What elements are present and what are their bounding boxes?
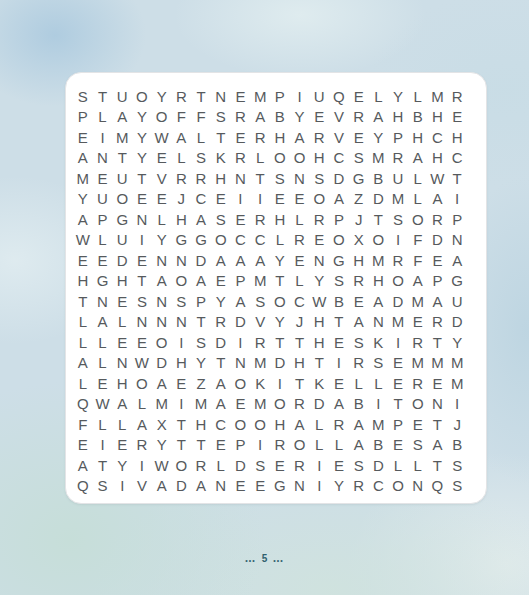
- grid-cell[interactable]: O: [132, 373, 152, 394]
- grid-cell[interactable]: I: [93, 435, 113, 456]
- grid-cell[interactable]: L: [73, 332, 93, 353]
- grid-cell[interactable]: T: [172, 414, 192, 435]
- grid-cell[interactable]: L: [211, 455, 231, 476]
- grid-cell[interactable]: S: [349, 332, 369, 353]
- grid-cell[interactable]: D: [270, 353, 290, 374]
- grid-cell[interactable]: D: [211, 332, 231, 353]
- grid-cell[interactable]: E: [290, 189, 310, 210]
- grid-cell[interactable]: H: [369, 271, 389, 292]
- grid-cell[interactable]: A: [349, 312, 369, 333]
- grid-cell[interactable]: O: [290, 148, 310, 169]
- grid-cell[interactable]: Y: [73, 189, 93, 210]
- grid-cell[interactable]: A: [447, 250, 467, 271]
- grid-cell[interactable]: E: [408, 312, 428, 333]
- grid-cell[interactable]: U: [309, 86, 329, 107]
- grid-cell[interactable]: K: [309, 373, 329, 394]
- grid-cell[interactable]: E: [290, 250, 310, 271]
- grid-cell[interactable]: E: [93, 373, 113, 394]
- grid-cell[interactable]: L: [73, 312, 93, 333]
- grid-cell[interactable]: M: [428, 86, 448, 107]
- grid-cell[interactable]: A: [250, 107, 270, 128]
- grid-cell[interactable]: M: [112, 127, 132, 148]
- grid-cell[interactable]: S: [93, 476, 113, 497]
- grid-cell[interactable]: R: [172, 168, 192, 189]
- grid-cell[interactable]: D: [152, 353, 172, 374]
- grid-cell[interactable]: T: [447, 168, 467, 189]
- grid-cell[interactable]: S: [408, 435, 428, 456]
- grid-cell[interactable]: A: [152, 271, 172, 292]
- grid-cell[interactable]: S: [73, 86, 93, 107]
- grid-cell[interactable]: Y: [132, 107, 152, 128]
- grid-cell[interactable]: R: [428, 209, 448, 230]
- grid-cell[interactable]: X: [152, 414, 172, 435]
- grid-cell[interactable]: R: [191, 168, 211, 189]
- grid-cell[interactable]: L: [93, 353, 113, 374]
- grid-cell[interactable]: I: [231, 332, 251, 353]
- grid-cell[interactable]: H: [112, 271, 132, 292]
- grid-cell[interactable]: A: [349, 414, 369, 435]
- grid-cell[interactable]: V: [329, 107, 349, 128]
- grid-cell[interactable]: N: [152, 291, 172, 312]
- grid-cell[interactable]: E: [211, 435, 231, 456]
- grid-cell[interactable]: N: [290, 476, 310, 497]
- grid-cell[interactable]: N: [211, 476, 231, 497]
- grid-cell[interactable]: E: [211, 189, 231, 210]
- grid-cell[interactable]: A: [191, 209, 211, 230]
- grid-cell[interactable]: I: [132, 455, 152, 476]
- grid-cell[interactable]: A: [73, 455, 93, 476]
- grid-cell[interactable]: R: [172, 86, 192, 107]
- grid-cell[interactable]: A: [73, 148, 93, 169]
- grid-cell[interactable]: S: [388, 209, 408, 230]
- grid-cell[interactable]: H: [270, 414, 290, 435]
- grid-cell[interactable]: O: [309, 189, 329, 210]
- grid-cell[interactable]: I: [172, 394, 192, 415]
- grid-cell[interactable]: E: [231, 127, 251, 148]
- grid-cell[interactable]: C: [231, 230, 251, 251]
- grid-cell[interactable]: G: [93, 271, 113, 292]
- grid-cell[interactable]: W: [132, 353, 152, 374]
- grid-cell[interactable]: T: [73, 291, 93, 312]
- grid-cell[interactable]: N: [132, 312, 152, 333]
- grid-cell[interactable]: A: [152, 476, 172, 497]
- grid-cell[interactable]: Y: [447, 332, 467, 353]
- grid-cell[interactable]: W: [309, 291, 329, 312]
- grid-cell[interactable]: O: [270, 291, 290, 312]
- grid-cell[interactable]: N: [132, 209, 152, 230]
- grid-cell[interactable]: E: [447, 107, 467, 128]
- grid-cell[interactable]: C: [211, 414, 231, 435]
- grid-cell[interactable]: B: [369, 168, 389, 189]
- grid-cell[interactable]: N: [172, 312, 192, 333]
- grid-cell[interactable]: D: [369, 189, 389, 210]
- grid-cell[interactable]: H: [290, 353, 310, 374]
- grid-cell[interactable]: A: [73, 353, 93, 374]
- grid-cell[interactable]: D: [329, 168, 349, 189]
- grid-cell[interactable]: I: [231, 189, 251, 210]
- grid-cell[interactable]: P: [329, 209, 349, 230]
- grid-cell[interactable]: I: [388, 332, 408, 353]
- grid-cell[interactable]: L: [408, 189, 428, 210]
- grid-cell[interactable]: H: [309, 332, 329, 353]
- grid-cell[interactable]: M: [447, 373, 467, 394]
- grid-cell[interactable]: A: [231, 250, 251, 271]
- grid-cell[interactable]: I: [172, 332, 192, 353]
- grid-cell[interactable]: N: [93, 148, 113, 169]
- grid-cell[interactable]: I: [447, 394, 467, 415]
- grid-cell[interactable]: O: [211, 230, 231, 251]
- grid-cell[interactable]: R: [447, 86, 467, 107]
- grid-cell[interactable]: R: [329, 414, 349, 435]
- grid-cell[interactable]: V: [250, 312, 270, 333]
- grid-cell[interactable]: E: [309, 230, 329, 251]
- grid-cell[interactable]: P: [231, 435, 251, 456]
- grid-cell[interactable]: Y: [369, 127, 389, 148]
- grid-cell[interactable]: A: [369, 107, 389, 128]
- grid-cell[interactable]: S: [349, 455, 369, 476]
- grid-cell[interactable]: E: [231, 86, 251, 107]
- grid-cell[interactable]: E: [329, 373, 349, 394]
- grid-cell[interactable]: O: [329, 230, 349, 251]
- grid-cell[interactable]: O: [231, 373, 251, 394]
- grid-cell[interactable]: A: [428, 189, 448, 210]
- grid-cell[interactable]: E: [73, 250, 93, 271]
- grid-cell[interactable]: Y: [309, 271, 329, 292]
- grid-cell[interactable]: I: [447, 189, 467, 210]
- grid-cell[interactable]: L: [191, 127, 211, 148]
- grid-cell[interactable]: M: [408, 291, 428, 312]
- grid-cell[interactable]: B: [329, 291, 349, 312]
- grid-cell[interactable]: E: [428, 250, 448, 271]
- grid-cell[interactable]: B: [408, 107, 428, 128]
- grid-cell[interactable]: R: [231, 148, 251, 169]
- grid-cell[interactable]: N: [369, 312, 389, 333]
- grid-cell[interactable]: L: [309, 435, 329, 456]
- grid-cell[interactable]: E: [349, 86, 369, 107]
- grid-cell[interactable]: A: [112, 394, 132, 415]
- grid-cell[interactable]: O: [270, 394, 290, 415]
- grid-cell[interactable]: L: [152, 209, 172, 230]
- grid-cell[interactable]: J: [349, 209, 369, 230]
- grid-cell[interactable]: U: [388, 168, 408, 189]
- grid-cell[interactable]: A: [73, 209, 93, 230]
- grid-cell[interactable]: N: [231, 168, 251, 189]
- grid-cell[interactable]: E: [329, 455, 349, 476]
- grid-cell[interactable]: I: [270, 373, 290, 394]
- grid-cell[interactable]: O: [388, 271, 408, 292]
- grid-cell[interactable]: L: [290, 209, 310, 230]
- grid-cell[interactable]: I: [93, 127, 113, 148]
- grid-cell[interactable]: L: [250, 148, 270, 169]
- grid-cell[interactable]: O: [290, 435, 310, 456]
- grid-cell[interactable]: O: [250, 414, 270, 435]
- grid-cell[interactable]: T: [369, 209, 389, 230]
- grid-cell[interactable]: L: [270, 230, 290, 251]
- grid-cell[interactable]: D: [388, 291, 408, 312]
- grid-cell[interactable]: R: [388, 250, 408, 271]
- grid-cell[interactable]: D: [172, 476, 192, 497]
- grid-cell[interactable]: P: [428, 271, 448, 292]
- grid-cell[interactable]: S: [191, 148, 211, 169]
- grid-cell[interactable]: U: [112, 86, 132, 107]
- grid-cell[interactable]: X: [349, 230, 369, 251]
- grid-cell[interactable]: N: [211, 86, 231, 107]
- grid-cell[interactable]: E: [93, 250, 113, 271]
- grid-cell[interactable]: M: [369, 250, 389, 271]
- grid-cell[interactable]: P: [191, 291, 211, 312]
- grid-cell[interactable]: A: [349, 435, 369, 456]
- grid-cell[interactable]: B: [447, 435, 467, 456]
- grid-cell[interactable]: L: [369, 86, 389, 107]
- grid-cell[interactable]: G: [112, 209, 132, 230]
- grid-cell[interactable]: Q: [428, 476, 448, 497]
- grid-cell[interactable]: A: [191, 476, 211, 497]
- grid-cell[interactable]: L: [112, 414, 132, 435]
- grid-cell[interactable]: L: [93, 230, 113, 251]
- grid-cell[interactable]: L: [93, 414, 113, 435]
- grid-cell[interactable]: R: [349, 107, 369, 128]
- grid-cell[interactable]: T: [290, 332, 310, 353]
- grid-cell[interactable]: D: [191, 250, 211, 271]
- grid-cell[interactable]: H: [270, 127, 290, 148]
- grid-cell[interactable]: O: [172, 455, 192, 476]
- grid-cell[interactable]: S: [349, 148, 369, 169]
- grid-cell[interactable]: V: [329, 127, 349, 148]
- grid-cell[interactable]: M: [152, 394, 172, 415]
- grid-cell[interactable]: I: [250, 435, 270, 456]
- grid-cell[interactable]: H: [211, 168, 231, 189]
- grid-cell[interactable]: E: [428, 373, 448, 394]
- grid-cell[interactable]: S: [447, 455, 467, 476]
- grid-cell[interactable]: C: [250, 230, 270, 251]
- grid-cell[interactable]: T: [93, 455, 113, 476]
- grid-cell[interactable]: R: [250, 127, 270, 148]
- grid-cell[interactable]: F: [172, 107, 192, 128]
- grid-cell[interactable]: A: [112, 107, 132, 128]
- grid-cell[interactable]: I: [250, 189, 270, 210]
- grid-cell[interactable]: L: [408, 86, 428, 107]
- grid-cell[interactable]: B: [349, 394, 369, 415]
- grid-cell[interactable]: M: [250, 353, 270, 374]
- grid-cell[interactable]: O: [152, 332, 172, 353]
- grid-cell[interactable]: M: [388, 189, 408, 210]
- grid-cell[interactable]: Y: [388, 86, 408, 107]
- grid-cell[interactable]: P: [447, 209, 467, 230]
- grid-cell[interactable]: H: [172, 209, 192, 230]
- grid-cell[interactable]: M: [191, 394, 211, 415]
- grid-cell[interactable]: B: [369, 435, 389, 456]
- grid-cell[interactable]: D: [231, 312, 251, 333]
- grid-cell[interactable]: K: [211, 148, 231, 169]
- grid-cell[interactable]: Y: [290, 107, 310, 128]
- grid-cell[interactable]: N: [172, 250, 192, 271]
- grid-cell[interactable]: O: [231, 414, 251, 435]
- grid-cell[interactable]: O: [112, 189, 132, 210]
- grid-cell[interactable]: H: [172, 353, 192, 374]
- grid-cell[interactable]: D: [447, 312, 467, 333]
- grid-cell[interactable]: U: [112, 168, 132, 189]
- grid-cell[interactable]: T: [191, 435, 211, 456]
- grid-cell[interactable]: R: [349, 353, 369, 374]
- grid-cell[interactable]: E: [73, 127, 93, 148]
- grid-cell[interactable]: R: [270, 435, 290, 456]
- grid-cell[interactable]: E: [112, 291, 132, 312]
- grid-cell[interactable]: E: [112, 435, 132, 456]
- grid-cell[interactable]: S: [172, 291, 192, 312]
- grid-cell[interactable]: L: [309, 414, 329, 435]
- grid-cell[interactable]: A: [408, 271, 428, 292]
- grid-cell[interactable]: S: [211, 107, 231, 128]
- grid-cell[interactable]: S: [191, 332, 211, 353]
- grid-cell[interactable]: O: [408, 209, 428, 230]
- grid-cell[interactable]: S: [132, 291, 152, 312]
- grid-cell[interactable]: A: [231, 291, 251, 312]
- grid-cell[interactable]: R: [428, 312, 448, 333]
- grid-cell[interactable]: N: [231, 353, 251, 374]
- grid-cell[interactable]: N: [93, 291, 113, 312]
- grid-cell[interactable]: L: [93, 107, 113, 128]
- grid-cell[interactable]: T: [428, 414, 448, 435]
- grid-cell[interactable]: L: [172, 148, 192, 169]
- grid-cell[interactable]: E: [172, 373, 192, 394]
- grid-cell[interactable]: L: [349, 373, 369, 394]
- grid-cell[interactable]: A: [93, 312, 113, 333]
- grid-cell[interactable]: M: [369, 414, 389, 435]
- grid-cell[interactable]: E: [132, 250, 152, 271]
- grid-cell[interactable]: Y: [112, 455, 132, 476]
- grid-cell[interactable]: I: [329, 353, 349, 374]
- grid-cell[interactable]: E: [152, 148, 172, 169]
- grid-cell[interactable]: E: [270, 189, 290, 210]
- grid-cell[interactable]: T: [250, 168, 270, 189]
- grid-cell[interactable]: P: [270, 86, 290, 107]
- grid-cell[interactable]: P: [388, 414, 408, 435]
- grid-cell[interactable]: E: [408, 414, 428, 435]
- grid-cell[interactable]: E: [349, 127, 369, 148]
- grid-cell[interactable]: I: [309, 455, 329, 476]
- grid-cell[interactable]: A: [191, 271, 211, 292]
- grid-cell[interactable]: L: [73, 373, 93, 394]
- grid-cell[interactable]: J: [447, 414, 467, 435]
- grid-cell[interactable]: E: [309, 107, 329, 128]
- grid-cell[interactable]: R: [309, 209, 329, 230]
- grid-cell[interactable]: O: [388, 476, 408, 497]
- grid-cell[interactable]: O: [152, 107, 172, 128]
- grid-cell[interactable]: L: [290, 271, 310, 292]
- grid-cell[interactable]: T: [309, 353, 329, 374]
- grid-cell[interactable]: S: [369, 353, 389, 374]
- grid-cell[interactable]: R: [388, 148, 408, 169]
- grid-cell[interactable]: M: [369, 148, 389, 169]
- grid-cell[interactable]: V: [132, 476, 152, 497]
- grid-cell[interactable]: E: [73, 435, 93, 456]
- grid-cell[interactable]: C: [290, 291, 310, 312]
- grid-cell[interactable]: D: [369, 455, 389, 476]
- grid-cell[interactable]: N: [290, 168, 310, 189]
- grid-cell[interactable]: H: [191, 414, 211, 435]
- grid-cell[interactable]: L: [112, 312, 132, 333]
- grid-cell[interactable]: N: [408, 476, 428, 497]
- grid-cell[interactable]: C: [369, 476, 389, 497]
- grid-cell[interactable]: Y: [152, 435, 172, 456]
- grid-cell[interactable]: S: [447, 476, 467, 497]
- grid-cell[interactable]: T: [112, 148, 132, 169]
- grid-cell[interactable]: A: [211, 373, 231, 394]
- grid-cell[interactable]: W: [428, 168, 448, 189]
- grid-cell[interactable]: A: [172, 127, 192, 148]
- grid-cell[interactable]: N: [309, 250, 329, 271]
- grid-cell[interactable]: H: [112, 373, 132, 394]
- grid-cell[interactable]: N: [112, 353, 132, 374]
- grid-cell[interactable]: D: [231, 455, 251, 476]
- grid-cell[interactable]: L: [388, 455, 408, 476]
- grid-cell[interactable]: Q: [73, 476, 93, 497]
- grid-cell[interactable]: T: [172, 435, 192, 456]
- grid-cell[interactable]: I: [132, 230, 152, 251]
- grid-cell[interactable]: P: [388, 127, 408, 148]
- grid-cell[interactable]: R: [290, 455, 310, 476]
- grid-cell[interactable]: K: [369, 332, 389, 353]
- grid-cell[interactable]: E: [231, 209, 251, 230]
- grid-cell[interactable]: R: [290, 230, 310, 251]
- grid-cell[interactable]: J: [290, 312, 310, 333]
- grid-cell[interactable]: Y: [132, 148, 152, 169]
- grid-cell[interactable]: E: [388, 435, 408, 456]
- grid-cell[interactable]: N: [447, 230, 467, 251]
- grid-cell[interactable]: O: [369, 230, 389, 251]
- grid-cell[interactable]: E: [231, 394, 251, 415]
- grid-cell[interactable]: A: [250, 250, 270, 271]
- grid-cell[interactable]: S: [309, 168, 329, 189]
- grid-cell[interactable]: O: [270, 148, 290, 169]
- grid-cell[interactable]: R: [349, 271, 369, 292]
- grid-cell[interactable]: R: [349, 476, 369, 497]
- grid-cell[interactable]: F: [191, 107, 211, 128]
- grid-cell[interactable]: E: [132, 332, 152, 353]
- grid-cell[interactable]: T: [211, 127, 231, 148]
- grid-cell[interactable]: H: [428, 107, 448, 128]
- grid-cell[interactable]: H: [73, 271, 93, 292]
- grid-cell[interactable]: L: [408, 455, 428, 476]
- grid-cell[interactable]: R: [290, 394, 310, 415]
- grid-cell[interactable]: E: [388, 373, 408, 394]
- grid-cell[interactable]: I: [388, 230, 408, 251]
- grid-cell[interactable]: A: [211, 394, 231, 415]
- grid-cell[interactable]: G: [447, 271, 467, 292]
- grid-cell[interactable]: A: [290, 127, 310, 148]
- grid-cell[interactable]: D: [112, 250, 132, 271]
- grid-cell[interactable]: P: [73, 107, 93, 128]
- grid-cell[interactable]: U: [93, 189, 113, 210]
- grid-cell[interactable]: A: [428, 435, 448, 456]
- grid-cell[interactable]: R: [250, 332, 270, 353]
- grid-cell[interactable]: N: [428, 394, 448, 415]
- grid-cell[interactable]: A: [408, 148, 428, 169]
- grid-cell[interactable]: I: [369, 394, 389, 415]
- grid-cell[interactable]: R: [132, 435, 152, 456]
- grid-cell[interactable]: T: [329, 312, 349, 333]
- grid-cell[interactable]: T: [270, 332, 290, 353]
- grid-cell[interactable]: L: [329, 435, 349, 456]
- grid-cell[interactable]: H: [388, 107, 408, 128]
- grid-cell[interactable]: S: [250, 455, 270, 476]
- grid-cell[interactable]: K: [250, 373, 270, 394]
- grid-cell[interactable]: T: [270, 271, 290, 292]
- grid-cell[interactable]: M: [73, 168, 93, 189]
- grid-cell[interactable]: M: [388, 312, 408, 333]
- grid-cell[interactable]: T: [132, 168, 152, 189]
- grid-cell[interactable]: D: [428, 230, 448, 251]
